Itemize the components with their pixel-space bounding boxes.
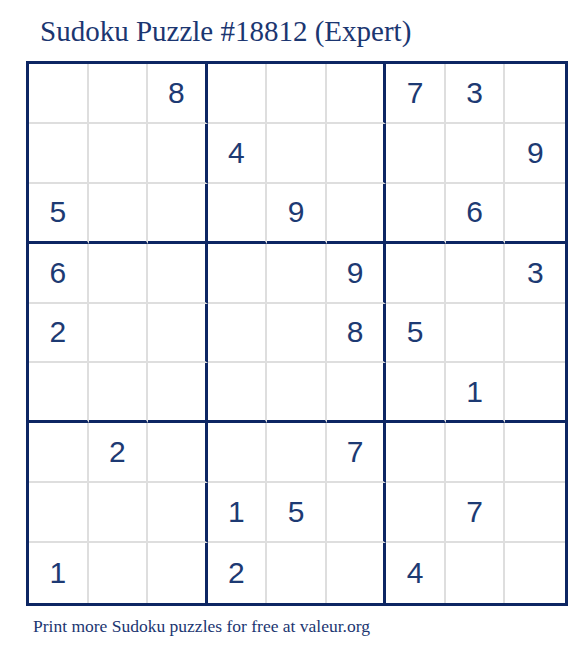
cell-r8c9 [505,483,565,543]
cell-r5c6: 8 [327,304,387,364]
cell-r8c4: 1 [208,483,268,543]
cell-r5c1: 2 [29,304,89,364]
cell-r5c7: 5 [386,304,446,364]
cell-r4c2 [89,244,149,304]
page: Sudoku Puzzle #18812 (Expert) 8734959669… [0,0,580,651]
cell-r7c3 [148,423,208,483]
cell-r3c4 [208,184,268,244]
cell-r7c4 [208,423,268,483]
cell-r1c3: 8 [148,64,208,124]
cell-r4c5 [267,244,327,304]
cell-r1c9 [505,64,565,124]
cell-r5c8 [446,304,506,364]
cell-r6c9 [505,363,565,423]
cell-r4c3 [148,244,208,304]
cell-r9c8 [446,543,506,603]
sudoku-board: 87349596693285127157124 [26,61,568,606]
cell-r2c1 [29,124,89,184]
footer-text: Print more Sudoku puzzles for free at va… [33,615,370,637]
cell-r5c3 [148,304,208,364]
cell-r7c1 [29,423,89,483]
cell-r3c8: 6 [446,184,506,244]
cell-r6c6 [327,363,387,423]
cell-r5c9 [505,304,565,364]
cell-r2c8 [446,124,506,184]
cell-r8c2 [89,483,149,543]
cell-r1c5 [267,64,327,124]
cell-r8c5: 5 [267,483,327,543]
cell-r4c8 [446,244,506,304]
cell-r9c9 [505,543,565,603]
page-title: Sudoku Puzzle #18812 (Expert) [40,15,411,48]
cell-r7c9 [505,423,565,483]
cell-r7c8 [446,423,506,483]
cell-r7c5 [267,423,327,483]
cell-r9c3 [148,543,208,603]
cell-r6c7 [386,363,446,423]
cell-r2c6 [327,124,387,184]
cell-r3c6 [327,184,387,244]
cell-r5c5 [267,304,327,364]
cell-r3c1: 5 [29,184,89,244]
cell-r4c6: 9 [327,244,387,304]
cell-r6c1 [29,363,89,423]
cell-r6c4 [208,363,268,423]
cell-r4c7 [386,244,446,304]
cell-r7c2: 2 [89,423,149,483]
cell-r2c5 [267,124,327,184]
cell-r1c6 [327,64,387,124]
cell-r7c6: 7 [327,423,387,483]
cell-r3c9 [505,184,565,244]
cell-r3c5: 9 [267,184,327,244]
cell-r4c1: 6 [29,244,89,304]
cell-r9c4: 2 [208,543,268,603]
cell-r5c4 [208,304,268,364]
cell-r8c1 [29,483,89,543]
cell-r2c7 [386,124,446,184]
cell-r6c2 [89,363,149,423]
cell-r8c6 [327,483,387,543]
cell-r1c2 [89,64,149,124]
cell-r1c8: 3 [446,64,506,124]
cell-r9c2 [89,543,149,603]
cell-r3c7 [386,184,446,244]
cell-r4c4 [208,244,268,304]
cell-r6c5 [267,363,327,423]
cell-r2c2 [89,124,149,184]
cell-r7c7 [386,423,446,483]
cell-r3c2 [89,184,149,244]
cell-r8c8: 7 [446,483,506,543]
cell-r8c3 [148,483,208,543]
cell-r9c7: 4 [386,543,446,603]
cell-r9c5 [267,543,327,603]
cell-r1c1 [29,64,89,124]
cell-r3c3 [148,184,208,244]
cell-r1c7: 7 [386,64,446,124]
cell-r4c9: 3 [505,244,565,304]
cell-r2c9: 9 [505,124,565,184]
cell-r8c7 [386,483,446,543]
cell-r1c4 [208,64,268,124]
cell-r9c1: 1 [29,543,89,603]
cell-r5c2 [89,304,149,364]
cell-r2c4: 4 [208,124,268,184]
cell-r6c8: 1 [446,363,506,423]
cell-r6c3 [148,363,208,423]
cell-r9c6 [327,543,387,603]
cell-r2c3 [148,124,208,184]
